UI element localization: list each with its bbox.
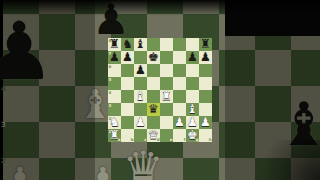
piece-white-bishop: ♝ — [187, 103, 198, 116]
square-e4[interactable]: ♜ — [160, 90, 173, 103]
piece-black-rook: ♜ — [200, 38, 211, 51]
square-b1[interactable]: b — [121, 129, 134, 142]
square-h2[interactable]: ♟ — [199, 116, 212, 129]
piece-black-bishop: ♝ — [135, 38, 146, 51]
square-e5[interactable] — [160, 77, 173, 90]
file-label-h: h — [209, 138, 212, 142]
square-d4[interactable] — [147, 90, 160, 103]
square-a3[interactable]: 3 — [108, 103, 121, 116]
piece-white-pawn: ♟ — [174, 116, 185, 129]
square-f6[interactable] — [173, 64, 186, 77]
rank-label-7: 7 — [109, 52, 112, 56]
square-c2[interactable]: ♟ — [134, 116, 147, 129]
background-square — [147, 158, 183, 180]
background-square — [111, 158, 147, 180]
piece-black-queen: ♛ — [148, 103, 159, 116]
piece-white-rook: ♜ — [161, 90, 172, 103]
square-f5[interactable] — [173, 77, 186, 90]
square-a1[interactable]: 1a♜ — [108, 129, 121, 142]
square-b3[interactable] — [121, 103, 134, 116]
square-b6[interactable] — [121, 64, 134, 77]
rank-label-4: 4 — [109, 91, 112, 95]
piece-white-pawn: ♟ — [200, 116, 211, 129]
square-e8[interactable] — [160, 38, 173, 51]
square-h1[interactable]: h — [199, 129, 212, 142]
square-c3[interactable] — [134, 103, 147, 116]
piece-white-pawn: ♟ — [187, 116, 198, 129]
square-d2[interactable] — [147, 116, 160, 129]
square-d6[interactable] — [147, 64, 160, 77]
square-d5[interactable] — [147, 77, 160, 90]
square-f1[interactable]: f — [173, 129, 186, 142]
square-g4[interactable] — [186, 90, 199, 103]
square-a6[interactable]: 6 — [108, 64, 121, 77]
square-d1[interactable]: d♛ — [147, 129, 160, 142]
square-a5[interactable]: 5 — [108, 77, 121, 90]
left-dim-overlay — [0, 0, 95, 180]
square-a8[interactable]: 8♜ — [108, 38, 121, 51]
piece-black-king: ♚ — [148, 51, 159, 64]
square-a7[interactable]: 7♟ — [108, 51, 121, 64]
square-c7[interactable] — [134, 51, 147, 64]
square-d3[interactable]: ♛ — [147, 103, 160, 116]
square-f2[interactable]: ♟ — [173, 116, 186, 129]
rank-label-2: 2 — [109, 117, 112, 121]
square-e6[interactable] — [160, 64, 173, 77]
square-a2[interactable]: 2♞ — [108, 116, 121, 129]
background-square — [183, 158, 219, 180]
square-b8[interactable]: ♞ — [121, 38, 134, 51]
square-a4[interactable]: 4 — [108, 90, 121, 103]
square-c1[interactable]: c — [134, 129, 147, 142]
square-c8[interactable]: ♝ — [134, 38, 147, 51]
square-g6[interactable] — [186, 64, 199, 77]
piece-black-knight: ♞ — [122, 38, 133, 51]
piece-white-pawn: ♟ — [135, 116, 146, 129]
square-f7[interactable] — [173, 51, 186, 64]
square-b4[interactable] — [121, 90, 134, 103]
top-vignette — [0, 0, 320, 16]
square-e7[interactable] — [160, 51, 173, 64]
rank-label-1: 1 — [109, 130, 112, 134]
square-d7[interactable]: ♚ — [147, 51, 160, 64]
square-e3[interactable] — [160, 103, 173, 116]
piece-black-pawn: ♟ — [187, 51, 198, 64]
square-b5[interactable] — [121, 77, 134, 90]
rank-label-8: 8 — [109, 39, 112, 43]
piece-black-pawn: ♟ — [122, 51, 133, 64]
square-h8[interactable]: ♜ — [199, 38, 212, 51]
square-g3[interactable]: ♝ — [186, 103, 199, 116]
square-h3[interactable] — [199, 103, 212, 116]
square-c4[interactable]: ♝ — [134, 90, 147, 103]
square-h7[interactable]: ♟ — [199, 51, 212, 64]
square-g8[interactable] — [186, 38, 199, 51]
rank-label-5: 5 — [109, 78, 112, 82]
square-b7[interactable]: ♟ — [121, 51, 134, 64]
rank-label-6: 6 — [109, 65, 112, 69]
square-b2[interactable] — [121, 116, 134, 129]
square-h5[interactable] — [199, 77, 212, 90]
square-e2[interactable] — [160, 116, 173, 129]
square-e1[interactable]: e — [160, 129, 173, 142]
square-h6[interactable] — [199, 64, 212, 77]
chess-board: 8♜♞♝♜7♟♟♚♟♟6♟54♝♜3♛♝2♞♟♟♟♟1a♜bcd♛efg♚h — [108, 38, 212, 142]
rank-label-3: 3 — [109, 104, 112, 108]
piece-white-bishop: ♝ — [135, 90, 146, 103]
square-g5[interactable] — [186, 77, 199, 90]
bottom-right-vignette — [250, 140, 320, 180]
square-g2[interactable]: ♟ — [186, 116, 199, 129]
square-c6[interactable]: ♟ — [134, 64, 147, 77]
piece-black-pawn: ♟ — [135, 64, 146, 77]
square-g1[interactable]: g♚ — [186, 129, 199, 142]
square-f3[interactable] — [173, 103, 186, 116]
piece-black-pawn: ♟ — [200, 51, 211, 64]
square-d8[interactable] — [147, 38, 160, 51]
square-c5[interactable] — [134, 77, 147, 90]
video-frame: ♟♟♝♝♛♟♟ 432 8♜♞♝♜7♟♟♚♟♟6♟54♝♜3♛♝2♞♟♟♟♟1a… — [0, 0, 320, 180]
square-f8[interactable] — [173, 38, 186, 51]
square-f4[interactable] — [173, 90, 186, 103]
square-h4[interactable] — [199, 90, 212, 103]
square-g7[interactable]: ♟ — [186, 51, 199, 64]
